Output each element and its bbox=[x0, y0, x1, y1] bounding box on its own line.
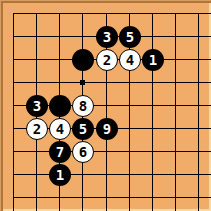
grid-hline bbox=[13, 82, 211, 83]
grid-vline bbox=[152, 13, 153, 211]
grid-hline bbox=[13, 151, 211, 152]
star-point-d16 bbox=[80, 80, 85, 85]
stone-black-5-d14: 5 bbox=[72, 118, 94, 140]
move-number: 6 bbox=[79, 145, 87, 159]
go-board: 35241382459761 bbox=[0, 0, 211, 211]
grid-hline bbox=[13, 197, 211, 198]
move-number: 8 bbox=[79, 99, 87, 113]
move-number: 2 bbox=[33, 122, 41, 136]
move-number: 4 bbox=[56, 122, 64, 136]
move-number: 2 bbox=[103, 53, 111, 67]
stone-black-5-f18: 5 bbox=[119, 26, 141, 48]
move-number: 5 bbox=[79, 122, 87, 136]
grid-vline bbox=[13, 13, 14, 211]
stone-black-7-c13: 7 bbox=[49, 141, 71, 163]
grid-hline bbox=[13, 174, 211, 175]
move-number: 1 bbox=[149, 53, 157, 67]
grid-vline bbox=[198, 13, 199, 211]
stone-white-2-e17: 2 bbox=[96, 49, 118, 71]
move-number: 3 bbox=[33, 99, 41, 113]
move-number: 1 bbox=[56, 168, 64, 182]
stone-white-4-c14: 4 bbox=[49, 118, 71, 140]
stone-black-c15 bbox=[49, 95, 71, 117]
stone-black-3-b15: 3 bbox=[26, 95, 48, 117]
move-number: 5 bbox=[126, 30, 134, 44]
move-number: 4 bbox=[126, 53, 134, 67]
stone-white-8-d15: 8 bbox=[72, 95, 94, 117]
move-number: 9 bbox=[103, 122, 111, 136]
grid-hline bbox=[13, 13, 211, 14]
stone-black-3-e18: 3 bbox=[96, 26, 118, 48]
grid-vline bbox=[175, 13, 176, 211]
move-number: 3 bbox=[103, 30, 111, 44]
stone-white-6-d13: 6 bbox=[72, 141, 94, 163]
stone-black-1-c12: 1 bbox=[49, 164, 71, 186]
stone-white-4-f17: 4 bbox=[119, 49, 141, 71]
stone-black-1-g17: 1 bbox=[142, 49, 164, 71]
stone-black-9-e14: 9 bbox=[96, 118, 118, 140]
stone-black-d17 bbox=[72, 49, 94, 71]
stone-white-2-b14: 2 bbox=[26, 118, 48, 140]
move-number: 7 bbox=[56, 145, 64, 159]
